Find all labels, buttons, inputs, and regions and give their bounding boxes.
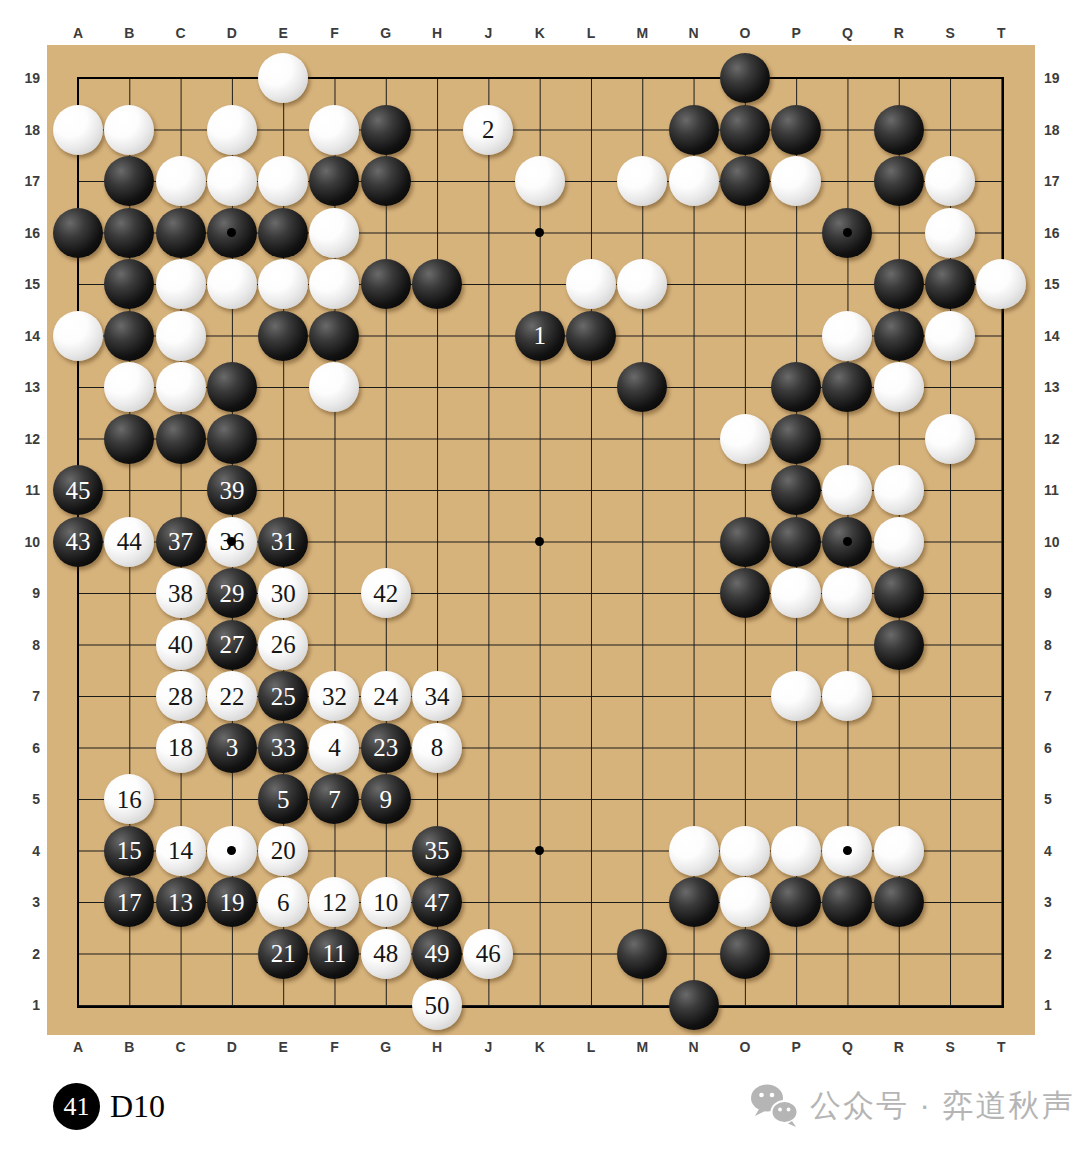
col-label-bottom-N: N bbox=[679, 1038, 709, 1056]
stone-G17 bbox=[361, 156, 411, 206]
col-label-top-K: K bbox=[525, 24, 555, 42]
stone-C15 bbox=[156, 259, 206, 309]
star-point-Q4 bbox=[843, 846, 852, 855]
col-label-top-E: E bbox=[268, 24, 298, 42]
stone-G5-move-9: 9 bbox=[361, 774, 411, 824]
move-number: 15 bbox=[117, 838, 142, 863]
stone-Q7 bbox=[822, 671, 872, 721]
col-label-top-N: N bbox=[679, 24, 709, 42]
stone-A11-move-45: 45 bbox=[53, 465, 103, 515]
stone-E2-move-21: 21 bbox=[258, 929, 308, 979]
row-label-left-16: 16 bbox=[6, 224, 40, 242]
stone-E10-move-31: 31 bbox=[258, 517, 308, 567]
stone-B14 bbox=[104, 311, 154, 361]
stone-G3-move-10: 10 bbox=[361, 877, 411, 927]
col-label-top-G: G bbox=[371, 24, 401, 42]
stone-P3 bbox=[771, 877, 821, 927]
caption-move-stone: 41 bbox=[53, 1083, 100, 1130]
move-number: 13 bbox=[168, 890, 193, 915]
col-label-top-O: O bbox=[730, 24, 760, 42]
stone-C4-move-14: 14 bbox=[156, 826, 206, 876]
move-number: 3 bbox=[226, 735, 239, 760]
move-number: 33 bbox=[271, 735, 296, 760]
stone-F15 bbox=[309, 259, 359, 309]
stone-N3 bbox=[669, 877, 719, 927]
move-number: 40 bbox=[168, 632, 193, 657]
stone-Q3 bbox=[822, 877, 872, 927]
stone-E6-move-33: 33 bbox=[258, 723, 308, 773]
stone-S15 bbox=[925, 259, 975, 309]
move-number: 10 bbox=[373, 890, 398, 915]
stone-D17 bbox=[207, 156, 257, 206]
stone-C17 bbox=[156, 156, 206, 206]
row-label-right-8: 8 bbox=[1044, 636, 1078, 654]
watermark: 公众号 · 弈道秋声 bbox=[748, 1082, 1075, 1130]
stone-R18 bbox=[874, 105, 924, 155]
stone-N17 bbox=[669, 156, 719, 206]
stone-R10 bbox=[874, 517, 924, 567]
stone-B3-move-17: 17 bbox=[104, 877, 154, 927]
stone-Q14 bbox=[822, 311, 872, 361]
move-number: 23 bbox=[373, 735, 398, 760]
stone-R9 bbox=[874, 568, 924, 618]
move-number: 26 bbox=[271, 632, 296, 657]
stone-C3-move-13: 13 bbox=[156, 877, 206, 927]
move-number: 34 bbox=[425, 684, 450, 709]
stone-R17 bbox=[874, 156, 924, 206]
move-number: 16 bbox=[117, 787, 142, 812]
stone-H4-move-35: 35 bbox=[412, 826, 462, 876]
col-label-top-D: D bbox=[217, 24, 247, 42]
move-number: 12 bbox=[322, 890, 347, 915]
stone-D9-move-29: 29 bbox=[207, 568, 257, 618]
move-number: 49 bbox=[425, 941, 450, 966]
row-label-right-12: 12 bbox=[1044, 430, 1078, 448]
row-label-left-13: 13 bbox=[6, 378, 40, 396]
stone-M15 bbox=[617, 259, 667, 309]
move-number: 50 bbox=[425, 993, 450, 1018]
stone-E16 bbox=[258, 208, 308, 258]
stone-C14 bbox=[156, 311, 206, 361]
stone-D18 bbox=[207, 105, 257, 155]
move-number: 18 bbox=[168, 735, 193, 760]
move-number: 8 bbox=[431, 735, 444, 760]
stone-P4 bbox=[771, 826, 821, 876]
stone-J2-move-46: 46 bbox=[463, 929, 513, 979]
caption-move-number: 41 bbox=[64, 1092, 90, 1122]
stone-J18-move-2: 2 bbox=[463, 105, 513, 155]
stone-D6-move-3: 3 bbox=[207, 723, 257, 773]
stone-H15 bbox=[412, 259, 462, 309]
stone-O17 bbox=[720, 156, 770, 206]
col-label-bottom-H: H bbox=[422, 1038, 452, 1056]
stone-F16 bbox=[309, 208, 359, 258]
stone-N4 bbox=[669, 826, 719, 876]
col-label-top-M: M bbox=[627, 24, 657, 42]
move-number: 25 bbox=[271, 684, 296, 709]
row-label-right-10: 10 bbox=[1044, 533, 1078, 551]
stone-P9 bbox=[771, 568, 821, 618]
col-label-top-S: S bbox=[935, 24, 965, 42]
stone-E14 bbox=[258, 311, 308, 361]
row-label-right-3: 3 bbox=[1044, 893, 1078, 911]
move-number: 43 bbox=[65, 529, 90, 554]
stone-P7 bbox=[771, 671, 821, 721]
stone-S14 bbox=[925, 311, 975, 361]
stone-F3-move-12: 12 bbox=[309, 877, 359, 927]
stone-N18 bbox=[669, 105, 719, 155]
stone-Q9 bbox=[822, 568, 872, 618]
stone-P11 bbox=[771, 465, 821, 515]
col-label-bottom-D: D bbox=[217, 1038, 247, 1056]
row-label-left-17: 17 bbox=[6, 172, 40, 190]
row-label-left-14: 14 bbox=[6, 327, 40, 345]
stone-P18 bbox=[771, 105, 821, 155]
col-label-top-R: R bbox=[884, 24, 914, 42]
move-number: 11 bbox=[322, 941, 346, 966]
stone-H6-move-8: 8 bbox=[412, 723, 462, 773]
row-label-right-18: 18 bbox=[1044, 121, 1078, 139]
stone-D7-move-22: 22 bbox=[207, 671, 257, 721]
stone-B4-move-15: 15 bbox=[104, 826, 154, 876]
stone-O9 bbox=[720, 568, 770, 618]
stone-F7-move-32: 32 bbox=[309, 671, 359, 721]
move-number: 44 bbox=[117, 529, 142, 554]
move-number: 20 bbox=[271, 838, 296, 863]
col-label-top-Q: Q bbox=[833, 24, 863, 42]
stone-B17 bbox=[104, 156, 154, 206]
star-point-Q10 bbox=[843, 537, 852, 546]
stone-S17 bbox=[925, 156, 975, 206]
col-label-bottom-T: T bbox=[986, 1038, 1016, 1056]
stone-G15 bbox=[361, 259, 411, 309]
stone-E4-move-20: 20 bbox=[258, 826, 308, 876]
stone-E15 bbox=[258, 259, 308, 309]
stone-O19 bbox=[720, 53, 770, 103]
col-label-bottom-R: R bbox=[884, 1038, 914, 1056]
stone-F6-move-4: 4 bbox=[309, 723, 359, 773]
stone-G7-move-24: 24 bbox=[361, 671, 411, 721]
col-label-top-J: J bbox=[473, 24, 503, 42]
row-label-right-9: 9 bbox=[1044, 584, 1078, 602]
stone-D11-move-39: 39 bbox=[207, 465, 257, 515]
col-label-top-T: T bbox=[986, 24, 1016, 42]
row-label-left-19: 19 bbox=[6, 69, 40, 87]
watermark-text: 公众号 · 弈道秋声 bbox=[810, 1085, 1075, 1127]
stone-R11 bbox=[874, 465, 924, 515]
move-number: 32 bbox=[322, 684, 347, 709]
col-label-bottom-S: S bbox=[935, 1038, 965, 1056]
col-label-top-P: P bbox=[781, 24, 811, 42]
stone-M2 bbox=[617, 929, 667, 979]
stone-O12 bbox=[720, 414, 770, 464]
stone-C9-move-38: 38 bbox=[156, 568, 206, 618]
col-label-top-A: A bbox=[63, 24, 93, 42]
col-label-top-L: L bbox=[576, 24, 606, 42]
stone-H2-move-49: 49 bbox=[412, 929, 462, 979]
move-number: 30 bbox=[271, 581, 296, 606]
col-label-bottom-G: G bbox=[371, 1038, 401, 1056]
row-label-right-19: 19 bbox=[1044, 69, 1078, 87]
stone-C10-move-37: 37 bbox=[156, 517, 206, 567]
stone-P12 bbox=[771, 414, 821, 464]
stone-B10-move-44: 44 bbox=[104, 517, 154, 567]
move-number: 35 bbox=[425, 838, 450, 863]
row-label-left-11: 11 bbox=[6, 481, 40, 499]
row-label-left-12: 12 bbox=[6, 430, 40, 448]
stone-F18 bbox=[309, 105, 359, 155]
row-label-left-1: 1 bbox=[6, 996, 40, 1014]
row-label-left-7: 7 bbox=[6, 687, 40, 705]
stone-K14-move-1: 1 bbox=[515, 311, 565, 361]
row-label-right-6: 6 bbox=[1044, 739, 1078, 757]
move-number: 45 bbox=[65, 478, 90, 503]
move-number: 38 bbox=[168, 581, 193, 606]
stone-D15 bbox=[207, 259, 257, 309]
row-label-right-11: 11 bbox=[1044, 481, 1078, 499]
move-number: 48 bbox=[373, 941, 398, 966]
stone-C7-move-28: 28 bbox=[156, 671, 206, 721]
stone-E19 bbox=[258, 53, 308, 103]
row-label-left-4: 4 bbox=[6, 842, 40, 860]
stone-C16 bbox=[156, 208, 206, 258]
stone-R14 bbox=[874, 311, 924, 361]
stone-C12 bbox=[156, 414, 206, 464]
star-point-Q16 bbox=[843, 228, 852, 237]
stone-E7-move-25: 25 bbox=[258, 671, 308, 721]
stone-O18 bbox=[720, 105, 770, 155]
move-number: 5 bbox=[277, 787, 290, 812]
stone-P10 bbox=[771, 517, 821, 567]
row-label-right-13: 13 bbox=[1044, 378, 1078, 396]
col-label-top-B: B bbox=[114, 24, 144, 42]
stone-A16 bbox=[53, 208, 103, 258]
stone-C6-move-18: 18 bbox=[156, 723, 206, 773]
stone-O2 bbox=[720, 929, 770, 979]
move-number: 39 bbox=[219, 478, 244, 503]
col-label-bottom-F: F bbox=[320, 1038, 350, 1056]
move-number: 1 bbox=[533, 323, 546, 348]
stone-F2-move-11: 11 bbox=[309, 929, 359, 979]
move-number: 2 bbox=[482, 117, 495, 142]
stone-P17 bbox=[771, 156, 821, 206]
col-label-bottom-P: P bbox=[781, 1038, 811, 1056]
row-label-right-16: 16 bbox=[1044, 224, 1078, 242]
stone-N1 bbox=[669, 980, 719, 1030]
move-number: 19 bbox=[219, 890, 244, 915]
row-label-right-7: 7 bbox=[1044, 687, 1078, 705]
stone-Q13 bbox=[822, 362, 872, 412]
stone-E8-move-26: 26 bbox=[258, 620, 308, 670]
stone-R15 bbox=[874, 259, 924, 309]
row-label-right-5: 5 bbox=[1044, 790, 1078, 808]
stone-B13 bbox=[104, 362, 154, 412]
row-label-left-9: 9 bbox=[6, 584, 40, 602]
move-number: 46 bbox=[476, 941, 501, 966]
stone-D13 bbox=[207, 362, 257, 412]
col-label-top-C: C bbox=[166, 24, 196, 42]
row-label-left-5: 5 bbox=[6, 790, 40, 808]
stone-G18 bbox=[361, 105, 411, 155]
move-number: 42 bbox=[373, 581, 398, 606]
stone-B5-move-16: 16 bbox=[104, 774, 154, 824]
move-number: 17 bbox=[117, 890, 142, 915]
stone-H1-move-50: 50 bbox=[412, 980, 462, 1030]
move-number: 21 bbox=[271, 941, 296, 966]
row-label-right-14: 14 bbox=[1044, 327, 1078, 345]
stone-P13 bbox=[771, 362, 821, 412]
col-label-bottom-O: O bbox=[730, 1038, 760, 1056]
go-diagram-page: 2145394344373631382930424027262822253224… bbox=[0, 0, 1080, 1156]
stone-R8 bbox=[874, 620, 924, 670]
move-number: 37 bbox=[168, 529, 193, 554]
stone-O10 bbox=[720, 517, 770, 567]
stone-M13 bbox=[617, 362, 667, 412]
row-label-left-6: 6 bbox=[6, 739, 40, 757]
stone-C8-move-40: 40 bbox=[156, 620, 206, 670]
stone-L14 bbox=[566, 311, 616, 361]
move-number: 22 bbox=[219, 684, 244, 709]
stone-Q11 bbox=[822, 465, 872, 515]
move-number: 24 bbox=[373, 684, 398, 709]
col-label-bottom-C: C bbox=[166, 1038, 196, 1056]
stone-E5-move-5: 5 bbox=[258, 774, 308, 824]
wechat-icon bbox=[748, 1082, 800, 1130]
stone-D8-move-27: 27 bbox=[207, 620, 257, 670]
stone-B16 bbox=[104, 208, 154, 258]
move-number: 27 bbox=[219, 632, 244, 657]
stone-T15 bbox=[976, 259, 1026, 309]
stone-R3 bbox=[874, 877, 924, 927]
move-number: 7 bbox=[328, 787, 341, 812]
move-number: 6 bbox=[277, 890, 290, 915]
stone-A14 bbox=[53, 311, 103, 361]
stone-E3-move-6: 6 bbox=[258, 877, 308, 927]
row-label-right-17: 17 bbox=[1044, 172, 1078, 190]
stone-G2-move-48: 48 bbox=[361, 929, 411, 979]
row-label-left-3: 3 bbox=[6, 893, 40, 911]
stone-E9-move-30: 30 bbox=[258, 568, 308, 618]
row-label-left-8: 8 bbox=[6, 636, 40, 654]
stone-A10-move-43: 43 bbox=[53, 517, 103, 567]
row-label-right-2: 2 bbox=[1044, 945, 1078, 963]
move-number: 29 bbox=[219, 581, 244, 606]
stone-C13 bbox=[156, 362, 206, 412]
row-label-right-4: 4 bbox=[1044, 842, 1078, 860]
stone-R4 bbox=[874, 826, 924, 876]
col-label-bottom-A: A bbox=[63, 1038, 93, 1056]
stone-R13 bbox=[874, 362, 924, 412]
stone-D3-move-19: 19 bbox=[207, 877, 257, 927]
caption-coordinate: D10 bbox=[110, 1088, 165, 1125]
col-label-bottom-B: B bbox=[114, 1038, 144, 1056]
stone-D12 bbox=[207, 414, 257, 464]
stone-S16 bbox=[925, 208, 975, 258]
col-label-bottom-Q: Q bbox=[833, 1038, 863, 1056]
stone-B18 bbox=[104, 105, 154, 155]
row-label-left-18: 18 bbox=[6, 121, 40, 139]
col-label-top-F: F bbox=[320, 24, 350, 42]
stone-B15 bbox=[104, 259, 154, 309]
row-label-right-15: 15 bbox=[1044, 275, 1078, 293]
stone-B12 bbox=[104, 414, 154, 464]
stone-K17 bbox=[515, 156, 565, 206]
stone-H7-move-34: 34 bbox=[412, 671, 462, 721]
stone-F17 bbox=[309, 156, 359, 206]
stone-O4 bbox=[720, 826, 770, 876]
stone-F5-move-7: 7 bbox=[309, 774, 359, 824]
stone-O3 bbox=[720, 877, 770, 927]
row-label-left-2: 2 bbox=[6, 945, 40, 963]
move-caption: 41 D10 bbox=[53, 1083, 165, 1130]
stone-E17 bbox=[258, 156, 308, 206]
row-label-right-1: 1 bbox=[1044, 996, 1078, 1014]
move-number: 14 bbox=[168, 838, 193, 863]
stone-M17 bbox=[617, 156, 667, 206]
stone-S12 bbox=[925, 414, 975, 464]
move-number: 4 bbox=[328, 735, 341, 760]
stone-G9-move-42: 42 bbox=[361, 568, 411, 618]
col-label-top-H: H bbox=[422, 24, 452, 42]
stone-G6-move-23: 23 bbox=[361, 723, 411, 773]
stone-F13 bbox=[309, 362, 359, 412]
col-label-bottom-M: M bbox=[627, 1038, 657, 1056]
move-number: 31 bbox=[271, 529, 296, 554]
row-label-left-10: 10 bbox=[6, 533, 40, 551]
col-label-bottom-L: L bbox=[576, 1038, 606, 1056]
stone-F14 bbox=[309, 311, 359, 361]
col-label-bottom-K: K bbox=[525, 1038, 555, 1056]
move-number: 9 bbox=[380, 787, 393, 812]
row-label-left-15: 15 bbox=[6, 275, 40, 293]
move-number: 28 bbox=[168, 684, 193, 709]
stone-L15 bbox=[566, 259, 616, 309]
move-number: 47 bbox=[425, 890, 450, 915]
col-label-bottom-E: E bbox=[268, 1038, 298, 1056]
stone-A18 bbox=[53, 105, 103, 155]
stone-H3-move-47: 47 bbox=[412, 877, 462, 927]
col-label-bottom-J: J bbox=[473, 1038, 503, 1056]
